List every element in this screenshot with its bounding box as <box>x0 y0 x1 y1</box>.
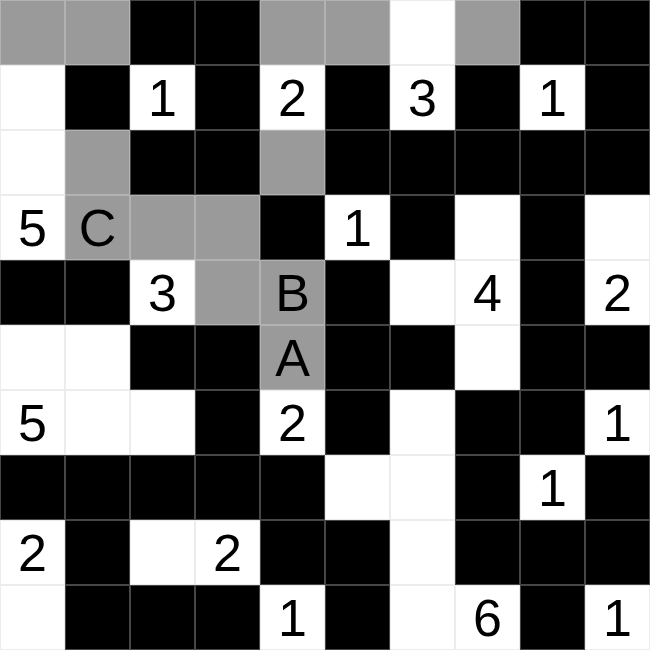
cell-r3c7[interactable] <box>455 195 520 260</box>
cell-r9c6[interactable] <box>390 585 455 650</box>
cell-r8c1[interactable] <box>65 520 130 585</box>
cell-r3c8[interactable] <box>520 195 585 260</box>
cell-r3c5-1[interactable]: 1 <box>325 195 390 260</box>
cell-r4c9-2[interactable]: 2 <box>585 260 650 325</box>
cell-r9c0[interactable] <box>0 585 65 650</box>
cell-r9c5[interactable] <box>325 585 390 650</box>
cell-r6c5[interactable] <box>325 390 390 455</box>
cell-r5c3[interactable] <box>195 325 260 390</box>
cell-r5c8[interactable] <box>520 325 585 390</box>
cell-r8c6[interactable] <box>390 520 455 585</box>
cell-r1c1[interactable] <box>65 65 130 130</box>
cell-r0c4[interactable] <box>260 0 325 65</box>
cell-r6c3[interactable] <box>195 390 260 455</box>
cell-r6c8[interactable] <box>520 390 585 455</box>
cell-r0c0[interactable] <box>0 0 65 65</box>
cell-r9c8[interactable] <box>520 585 585 650</box>
cell-r8c0-2[interactable]: 2 <box>0 520 65 585</box>
cell-r1c4-2[interactable]: 2 <box>260 65 325 130</box>
cell-r5c7[interactable] <box>455 325 520 390</box>
cell-r2c8[interactable] <box>520 130 585 195</box>
cell-r0c2[interactable] <box>130 0 195 65</box>
cell-r0c8[interactable] <box>520 0 585 65</box>
cell-r7c9[interactable] <box>585 455 650 520</box>
cell-r8c3-2[interactable]: 2 <box>195 520 260 585</box>
cell-r3c2[interactable] <box>130 195 195 260</box>
cell-r9c3[interactable] <box>195 585 260 650</box>
cell-r9c2[interactable] <box>130 585 195 650</box>
cell-r1c7[interactable] <box>455 65 520 130</box>
cell-r0c3[interactable] <box>195 0 260 65</box>
cell-r3c9[interactable] <box>585 195 650 260</box>
cell-r0c1[interactable] <box>65 0 130 65</box>
cell-r5c9[interactable] <box>585 325 650 390</box>
cell-r6c2[interactable] <box>130 390 195 455</box>
cell-r1c6-3[interactable]: 3 <box>390 65 455 130</box>
cell-r3c1-C[interactable]: C <box>65 195 130 260</box>
cell-r0c7[interactable] <box>455 0 520 65</box>
cell-r9c1[interactable] <box>65 585 130 650</box>
cell-r8c2[interactable] <box>130 520 195 585</box>
cell-r2c9[interactable] <box>585 130 650 195</box>
cell-r5c2[interactable] <box>130 325 195 390</box>
cell-r1c5[interactable] <box>325 65 390 130</box>
cell-r2c6[interactable] <box>390 130 455 195</box>
cell-r5c6[interactable] <box>390 325 455 390</box>
cell-r2c1[interactable] <box>65 130 130 195</box>
cell-r1c0[interactable] <box>0 65 65 130</box>
cell-r9c4-1[interactable]: 1 <box>260 585 325 650</box>
cell-r9c9-1[interactable]: 1 <box>585 585 650 650</box>
cell-r3c4[interactable] <box>260 195 325 260</box>
cell-r4c4-B[interactable]: B <box>260 260 325 325</box>
cell-r1c2-1[interactable]: 1 <box>130 65 195 130</box>
cell-r1c3[interactable] <box>195 65 260 130</box>
cell-r4c1[interactable] <box>65 260 130 325</box>
cell-r8c5[interactable] <box>325 520 390 585</box>
cell-r2c3[interactable] <box>195 130 260 195</box>
cell-r0c9[interactable] <box>585 0 650 65</box>
cell-r5c1[interactable] <box>65 325 130 390</box>
cell-r8c4[interactable] <box>260 520 325 585</box>
cell-r2c7[interactable] <box>455 130 520 195</box>
cell-r8c9[interactable] <box>585 520 650 585</box>
cell-r4c8[interactable] <box>520 260 585 325</box>
cell-r6c4-2[interactable]: 2 <box>260 390 325 455</box>
cell-r6c1[interactable] <box>65 390 130 455</box>
cell-r4c3[interactable] <box>195 260 260 325</box>
cell-r8c8[interactable] <box>520 520 585 585</box>
cell-r1c9[interactable] <box>585 65 650 130</box>
cell-r3c0-5[interactable]: 5 <box>0 195 65 260</box>
cell-r6c0-5[interactable]: 5 <box>0 390 65 455</box>
cell-r6c7[interactable] <box>455 390 520 455</box>
cell-r4c6[interactable] <box>390 260 455 325</box>
cell-r7c0[interactable] <box>0 455 65 520</box>
cell-r0c6[interactable] <box>390 0 455 65</box>
cell-r2c4[interactable] <box>260 130 325 195</box>
cell-r0c5[interactable] <box>325 0 390 65</box>
cell-r9c7-6[interactable]: 6 <box>455 585 520 650</box>
cell-r5c4-A[interactable]: A <box>260 325 325 390</box>
cell-r4c5[interactable] <box>325 260 390 325</box>
puzzle-board: 12315C13B42A521122161 <box>0 0 650 650</box>
cell-r4c0[interactable] <box>0 260 65 325</box>
cell-r7c3[interactable] <box>195 455 260 520</box>
cell-r3c3[interactable] <box>195 195 260 260</box>
cell-r1c8-1[interactable]: 1 <box>520 65 585 130</box>
cell-r2c2[interactable] <box>130 130 195 195</box>
cell-r5c5[interactable] <box>325 325 390 390</box>
cell-r2c0[interactable] <box>0 130 65 195</box>
cell-r7c7[interactable] <box>455 455 520 520</box>
cell-r8c7[interactable] <box>455 520 520 585</box>
cell-r7c5[interactable] <box>325 455 390 520</box>
cell-r7c8-1[interactable]: 1 <box>520 455 585 520</box>
cell-r7c2[interactable] <box>130 455 195 520</box>
cell-r2c5[interactable] <box>325 130 390 195</box>
cell-r4c2-3[interactable]: 3 <box>130 260 195 325</box>
cell-r4c7-4[interactable]: 4 <box>455 260 520 325</box>
cell-r7c4[interactable] <box>260 455 325 520</box>
cell-r6c9-1[interactable]: 1 <box>585 390 650 455</box>
cell-r7c1[interactable] <box>65 455 130 520</box>
cell-r7c6[interactable] <box>390 455 455 520</box>
cell-r6c6[interactable] <box>390 390 455 455</box>
cell-r5c0[interactable] <box>0 325 65 390</box>
cell-r3c6[interactable] <box>390 195 455 260</box>
